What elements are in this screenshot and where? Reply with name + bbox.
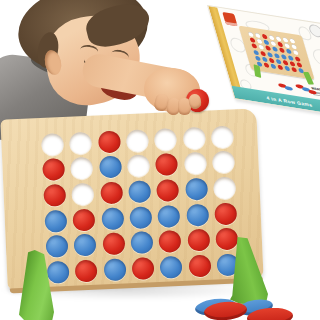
box-mini-dot: [270, 64, 276, 70]
box-mini-dot: [282, 60, 288, 66]
board-cell-r3c1[interactable]: [40, 182, 69, 209]
board-cell-r4c2[interactable]: [70, 206, 99, 233]
blue-disc: [186, 204, 209, 227]
board-cell-r2c7[interactable]: [209, 149, 238, 176]
box-mini-dot: [263, 63, 269, 69]
blue-disc: [74, 234, 97, 257]
board-cell-r6c6[interactable]: [185, 253, 214, 280]
board-holes: [38, 123, 243, 285]
box-mini-dot: [251, 43, 257, 49]
red-disc: [102, 233, 125, 256]
box-mini-dot: [253, 49, 259, 55]
box-mini-dot: [270, 41, 276, 47]
board-cell-r4c4[interactable]: [126, 204, 155, 231]
product-photo-scene: WARNING 4 in A Row Game: [0, 0, 320, 320]
box-mini-dot: [249, 37, 255, 43]
box-mini-dot: [281, 54, 287, 60]
board-cell-r1c7[interactable]: [208, 123, 237, 150]
empty-hole: [72, 183, 95, 206]
product-box: WARNING 4 in A Row Game: [207, 5, 320, 117]
empty-hole: [212, 151, 235, 174]
box-mini-dot: [265, 46, 271, 52]
red-disc: [42, 158, 65, 181]
red-disc: [98, 130, 121, 153]
box-mini-dot: [286, 49, 292, 55]
box-mini-dot: [248, 31, 254, 37]
blue-disc: [47, 261, 70, 284]
blue-disc: [130, 232, 153, 255]
board-cell-r3c6[interactable]: [182, 176, 211, 203]
board-cell-r5c2[interactable]: [71, 232, 100, 259]
board-cell-r6c3[interactable]: [100, 257, 129, 284]
board-cell-r5c1[interactable]: [42, 233, 71, 260]
red-disc: [132, 257, 155, 280]
box-mini-dot: [284, 66, 290, 72]
box-mini-dot: [263, 40, 269, 46]
board-cell-r3c2[interactable]: [68, 181, 97, 208]
empty-hole: [127, 155, 150, 178]
board-cell-r3c3[interactable]: [97, 180, 126, 207]
red-disc: [215, 228, 238, 251]
box-mini-dot: [279, 48, 285, 54]
box-mini-dot: [269, 58, 275, 64]
box-mini-dot: [255, 32, 261, 38]
box-mini-dot: [291, 44, 297, 50]
board-cell-r6c5[interactable]: [157, 254, 186, 281]
empty-hole: [182, 127, 205, 150]
board-cell-r4c6[interactable]: [183, 202, 212, 229]
board-cell-r4c1[interactable]: [41, 208, 70, 235]
empty-hole: [71, 157, 94, 180]
board-cell-r4c7[interactable]: [211, 200, 240, 227]
box-mini-loose-disc: [284, 86, 293, 91]
board-cell-r4c5[interactable]: [154, 203, 183, 230]
box-mini-dot: [255, 56, 261, 62]
red-disc: [75, 260, 98, 283]
board-cell-r1c6[interactable]: [179, 125, 208, 152]
box-mini-dot: [284, 43, 290, 49]
blue-disc: [160, 256, 183, 279]
board-cell-r1c1[interactable]: [38, 131, 67, 158]
board-cell-r5c4[interactable]: [127, 230, 156, 257]
empty-hole: [154, 128, 177, 151]
box-mini-dot: [289, 38, 295, 44]
box-mini-dot: [277, 42, 283, 48]
board-cell-r2c2[interactable]: [67, 155, 96, 182]
blue-disc: [99, 156, 122, 179]
board-cell-r2c4[interactable]: [124, 153, 153, 180]
board-cell-r1c4[interactable]: [123, 127, 152, 154]
empty-hole: [69, 132, 92, 155]
empty-hole: [41, 133, 64, 156]
empty-hole: [213, 177, 236, 200]
box-title: 4 in A Row Game: [265, 94, 313, 107]
board-cell-r2c1[interactable]: [39, 156, 68, 183]
box-mini-dot: [288, 55, 294, 61]
board-cell-r2c6[interactable]: [180, 150, 209, 177]
blue-disc: [45, 210, 68, 233]
board-cell-r1c3[interactable]: [94, 128, 123, 155]
red-disc: [156, 179, 179, 202]
box-mini-dot: [293, 50, 299, 56]
box-mini-dot: [256, 38, 262, 44]
box-mini-dot: [289, 61, 295, 67]
box-mini-dot: [294, 56, 300, 62]
red-disc: [155, 153, 178, 176]
board-cell-r6c4[interactable]: [128, 255, 157, 282]
board-cell-r2c5[interactable]: [152, 152, 181, 179]
box-mini-dot: [291, 67, 297, 73]
board-cell-r1c2[interactable]: [66, 130, 95, 157]
blue-disc: [158, 205, 181, 228]
red-disc: [159, 230, 182, 253]
board-cell-r3c7[interactable]: [210, 175, 239, 202]
empty-hole: [184, 152, 207, 175]
board-cell-r4c3[interactable]: [98, 205, 127, 232]
board-cell-r5c3[interactable]: [99, 231, 128, 258]
blue-disc: [103, 259, 126, 282]
blue-disc: [185, 178, 208, 201]
red-disc: [73, 208, 96, 231]
red-disc: [43, 184, 66, 207]
brand-logo-icon: [222, 12, 237, 26]
box-mini-dot: [261, 33, 267, 39]
box-mini-dot: [262, 57, 268, 63]
board-cell-r3c5[interactable]: [153, 177, 182, 204]
box-mini-dot: [260, 51, 266, 57]
box-mini-dot: [275, 59, 281, 65]
blue-disc: [46, 235, 69, 258]
box-mini-dot: [296, 62, 302, 68]
box-mini-dot: [282, 37, 288, 43]
blue-disc: [129, 206, 152, 229]
board-cell-r5c6[interactable]: [184, 227, 213, 254]
blue-disc: [101, 207, 124, 230]
blue-disc: [128, 180, 151, 203]
board-cell-r1c5[interactable]: [151, 126, 180, 153]
box-mini-dot: [258, 45, 264, 51]
empty-hole: [126, 129, 149, 152]
box-mini-dot: [267, 52, 273, 58]
board-cell-r5c5[interactable]: [156, 228, 185, 255]
box-mini-dot: [268, 35, 274, 41]
red-disc: [100, 182, 123, 205]
empty-hole: [211, 125, 234, 148]
box-mini-dot: [272, 47, 278, 53]
box-mini-dot: [275, 36, 281, 42]
box-doodle-face: [311, 48, 320, 67]
red-disc: [214, 202, 237, 225]
red-disc: [187, 229, 210, 252]
box-mini-dot: [274, 53, 280, 59]
box-mini-dot: [277, 65, 283, 71]
board-cell-r3c4[interactable]: [125, 178, 154, 205]
board-cell-r6c2[interactable]: [72, 258, 101, 285]
red-disc: [188, 255, 211, 278]
board-cell-r2c3[interactable]: [96, 154, 125, 181]
